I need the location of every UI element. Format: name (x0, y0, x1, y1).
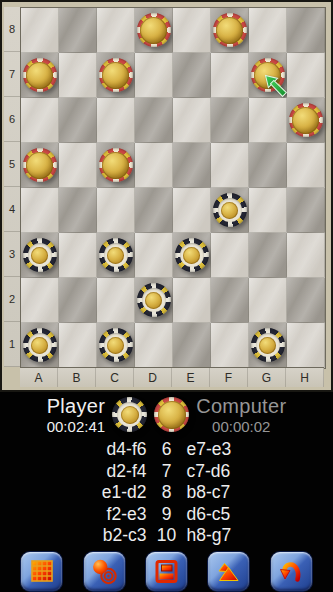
move-player: d2-f4 (63, 461, 147, 483)
checker-red[interactable] (99, 58, 133, 92)
move-player: e1-d2 (63, 482, 147, 504)
move-player: f2-e3 (63, 504, 147, 526)
rank-label-7: 7 (4, 52, 20, 97)
file-label-B: B (58, 368, 96, 387)
square-h1[interactable] (287, 323, 325, 368)
square-d5[interactable] (135, 143, 173, 188)
square-a8[interactable] (21, 8, 59, 53)
square-a6[interactable] (21, 98, 59, 143)
square-f7[interactable] (211, 53, 249, 98)
checker-red[interactable] (23, 58, 57, 92)
move-row: e1-d28b8-c7 (63, 482, 271, 504)
square-g7[interactable] (249, 53, 287, 98)
player-label: Player (47, 396, 106, 417)
square-h5[interactable] (287, 143, 325, 188)
move-number: 6 (147, 439, 187, 461)
move-row: b2-c310h8-g7 (63, 525, 271, 547)
save-game-button[interactable] (146, 552, 187, 591)
undo-arrow-icon (278, 558, 305, 585)
move-computer: b8-c7 (187, 482, 271, 504)
square-d4[interactable] (135, 188, 173, 233)
square-g6[interactable] (249, 98, 287, 143)
square-g8[interactable] (249, 8, 287, 53)
checker-dark[interactable] (99, 328, 133, 362)
square-h6[interactable] (287, 98, 325, 143)
square-a3[interactable] (21, 233, 59, 278)
square-c8[interactable] (97, 8, 135, 53)
square-g1[interactable] (249, 323, 287, 368)
board-grid (20, 7, 326, 369)
square-f5[interactable] (211, 143, 249, 188)
computer-color-chip-icon (154, 397, 189, 432)
computer-clock: 00:00:02 (212, 419, 270, 435)
computer-score: Computer 00:00:02 (196, 395, 286, 435)
moves-button[interactable] (208, 552, 249, 591)
checker-dark[interactable] (251, 328, 285, 362)
square-g3[interactable] (249, 233, 287, 278)
square-e4[interactable] (173, 188, 211, 233)
player-color-chip-icon (112, 397, 147, 432)
rank-label-3: 3 (4, 232, 20, 277)
save-icon (153, 558, 180, 585)
square-c5[interactable] (97, 143, 135, 188)
square-c4[interactable] (97, 188, 135, 233)
rank-labels: 87654321 (4, 7, 20, 367)
square-d6[interactable] (135, 98, 173, 143)
square-h8[interactable] (287, 8, 325, 53)
checker-red[interactable] (23, 148, 57, 182)
square-a2[interactable] (21, 278, 59, 323)
file-label-D: D (134, 368, 172, 387)
move-row: d2-f47c7-d6 (63, 461, 271, 483)
checker-red[interactable] (251, 58, 285, 92)
move-computer: c7-d6 (187, 461, 271, 483)
square-f3[interactable] (211, 233, 249, 278)
checker-dark[interactable] (137, 283, 171, 317)
square-b2[interactable] (59, 278, 97, 323)
move-number: 7 (147, 461, 187, 483)
file-label-A: A (20, 368, 58, 387)
file-label-C: C (96, 368, 134, 387)
checker-dark[interactable] (23, 238, 57, 272)
square-c2[interactable] (97, 278, 135, 323)
square-b5[interactable] (59, 143, 97, 188)
move-computer: h8-g7 (187, 525, 271, 547)
square-a4[interactable] (21, 188, 59, 233)
rank-label-6: 6 (4, 97, 20, 142)
rank-label-4: 4 (4, 187, 20, 232)
square-b6[interactable] (59, 98, 97, 143)
rank-label-2: 2 (4, 277, 20, 322)
file-label-G: G (248, 368, 286, 387)
square-e6[interactable] (173, 98, 211, 143)
move-number: 10 (147, 525, 187, 547)
square-d8[interactable] (135, 8, 173, 53)
square-d2[interactable] (135, 278, 173, 323)
scoreboard: Player 00:02:41 Computer 00:00:02 (0, 392, 333, 438)
square-a5[interactable] (21, 143, 59, 188)
move-number: 9 (147, 504, 187, 526)
file-labels: ABCDEFGH (20, 367, 324, 387)
square-e3[interactable] (173, 233, 211, 278)
computer-label: Computer (196, 396, 286, 417)
checker-dark[interactable] (175, 238, 209, 272)
move-computer: d6-c5 (187, 504, 271, 526)
square-e5[interactable] (173, 143, 211, 188)
move-row: d4-f66e7-e3 (63, 439, 271, 461)
square-f2[interactable] (211, 278, 249, 323)
move-number: 8 (147, 482, 187, 504)
checker-dark[interactable] (99, 238, 133, 272)
checker-red[interactable] (99, 148, 133, 182)
checker-red[interactable] (137, 13, 171, 47)
square-h4[interactable] (287, 188, 325, 233)
square-c1[interactable] (97, 323, 135, 368)
rank-label-5: 5 (4, 142, 20, 187)
square-b7[interactable] (59, 53, 97, 98)
move-row: f2-e39d6-c5 (63, 504, 271, 526)
file-label-F: F (210, 368, 248, 387)
square-a1[interactable] (21, 323, 59, 368)
rank-label-8: 8 (4, 7, 20, 52)
square-h3[interactable] (287, 233, 325, 278)
square-d1[interactable] (135, 323, 173, 368)
square-d7[interactable] (135, 53, 173, 98)
pieces-button[interactable] (84, 552, 125, 591)
square-g5[interactable] (249, 143, 287, 188)
square-e7[interactable] (173, 53, 211, 98)
checker-red[interactable] (289, 103, 323, 137)
pieces-icon (91, 558, 118, 585)
square-c6[interactable] (97, 98, 135, 143)
square-c3[interactable] (97, 233, 135, 278)
square-b1[interactable] (59, 323, 97, 368)
square-e1[interactable] (173, 323, 211, 368)
square-f8[interactable] (211, 8, 249, 53)
rank-label-1: 1 (4, 322, 20, 367)
mountains-icon (215, 558, 242, 585)
square-g4[interactable] (249, 188, 287, 233)
grid-icon (29, 558, 55, 584)
file-label-H: H (286, 368, 324, 387)
checker-red[interactable] (213, 13, 247, 47)
square-h2[interactable] (287, 278, 325, 323)
square-e2[interactable] (173, 278, 211, 323)
file-label-E: E (172, 368, 210, 387)
board-frame: 87654321 ABCDEFGH (0, 0, 333, 392)
move-computer: e7-e3 (187, 439, 271, 461)
move-player: b2-c3 (63, 525, 147, 547)
square-d3[interactable] (135, 233, 173, 278)
checkers-app: 87654321 ABCDEFGH Player 00:02:41 Comput… (0, 0, 333, 592)
toolbar (0, 550, 333, 592)
square-a7[interactable] (21, 53, 59, 98)
move-list[interactable]: d4-f66e7-e3d2-f47c7-d6e1-d28b8-c7f2-e39d… (0, 439, 333, 547)
square-f6[interactable] (211, 98, 249, 143)
player-score: Player 00:02:41 (47, 395, 106, 435)
player-clock: 00:02:41 (47, 419, 105, 435)
square-f4[interactable] (211, 188, 249, 233)
undo-button[interactable] (271, 552, 312, 591)
square-f1[interactable] (211, 323, 249, 368)
square-h7[interactable] (287, 53, 325, 98)
square-e8[interactable] (173, 8, 211, 53)
square-b4[interactable] (59, 188, 97, 233)
checker-dark[interactable] (213, 193, 247, 227)
square-g2[interactable] (249, 278, 287, 323)
move-player: d4-f6 (63, 439, 147, 461)
checker-dark[interactable] (23, 328, 57, 362)
square-b8[interactable] (59, 8, 97, 53)
square-b3[interactable] (59, 233, 97, 278)
square-c7[interactable] (97, 53, 135, 98)
board-setup-button[interactable] (21, 552, 62, 591)
